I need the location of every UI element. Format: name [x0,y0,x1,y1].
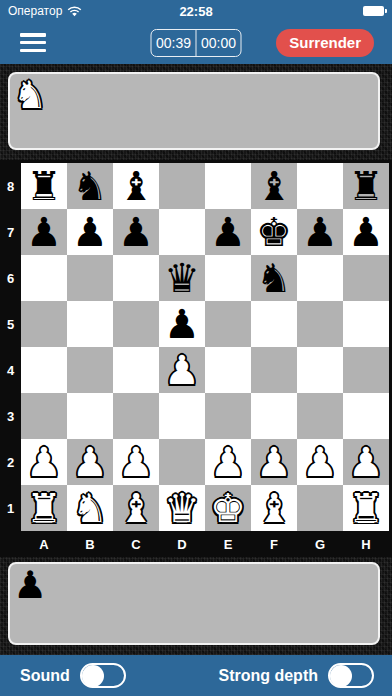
black-clock: 00:00 [197,30,241,56]
square-e2[interactable]: ♟ [205,439,251,485]
square-g8[interactable] [297,163,343,209]
square-f7[interactable]: ♚ [251,209,297,255]
square-e3[interactable] [205,393,251,439]
black-pawn-piece: ♟ [348,210,384,254]
rank-label-6: 6 [0,255,21,301]
square-d5[interactable]: ♟ [159,301,205,347]
square-d4[interactable]: ♟ [159,347,205,393]
black-king-piece: ♚ [256,210,292,254]
square-a7[interactable]: ♟ [21,209,67,255]
black-knight-piece: ♞ [72,164,108,208]
rank-labels: 87654321 [0,163,21,531]
square-c7[interactable]: ♟ [113,209,159,255]
strong-depth-toggle[interactable] [328,663,374,688]
white-pawn-piece: ♟ [302,440,338,484]
file-label-c: C [113,531,159,557]
square-c5[interactable] [113,301,159,347]
captured-pieces-tray-top: ♞ [8,72,380,150]
square-f6[interactable]: ♞ [251,255,297,301]
square-f4[interactable] [251,347,297,393]
black-rook-piece: ♜ [26,164,62,208]
square-h2[interactable]: ♟ [343,439,389,485]
main-area: ♞ 87654321 ♜♞♝♝♜♟♟♟♟♚♟♟♛♞♟♟♟♟♟♟♟♟♟♜♞♝♛♚♝… [0,64,392,655]
white-pawn-piece: ♟ [118,440,154,484]
square-a3[interactable] [21,393,67,439]
square-b4[interactable] [67,347,113,393]
rank-label-3: 3 [0,393,21,439]
white-pawn-piece: ♟ [72,440,108,484]
battery-icon [363,6,384,16]
white-queen-piece: ♛ [164,486,200,530]
sound-toggle-knob [82,665,104,687]
strong-depth-label: Strong depth [218,667,318,685]
square-b1[interactable]: ♞ [67,485,113,531]
square-h7[interactable]: ♟ [343,209,389,255]
white-pawn-piece: ♟ [348,440,384,484]
file-label-h: H [343,531,389,557]
black-queen-piece: ♛ [164,256,200,300]
white-pawn-piece: ♟ [210,440,246,484]
square-f1[interactable]: ♝ [251,485,297,531]
strong-depth-toggle-knob [330,665,352,687]
black-pawn-piece: ♟ [164,302,200,346]
black-pawn-piece: ♟ [26,210,62,254]
square-d3[interactable] [159,393,205,439]
black-pawn-piece: ♟ [118,210,154,254]
square-b7[interactable]: ♟ [67,209,113,255]
footer-bar: Sound Strong depth [0,655,392,696]
square-g7[interactable]: ♟ [297,209,343,255]
app-screen: Оператор 22:58 00:39 00:00 Surrender ♞ 8… [0,0,392,696]
white-bishop-piece: ♝ [118,486,154,530]
file-label-a: A [21,531,67,557]
square-c8[interactable]: ♝ [113,163,159,209]
square-c2[interactable]: ♟ [113,439,159,485]
file-label-f: F [251,531,297,557]
file-label-g: G [297,531,343,557]
white-clock: 00:39 [152,30,197,56]
square-f8[interactable]: ♝ [251,163,297,209]
square-e8[interactable] [205,163,251,209]
white-pawn-piece: ♟ [26,440,62,484]
square-b3[interactable] [67,393,113,439]
square-h3[interactable] [343,393,389,439]
rank-label-5: 5 [0,301,21,347]
captured-white-knight-piece: ♞ [13,75,47,115]
square-c3[interactable] [113,393,159,439]
square-g4[interactable] [297,347,343,393]
file-label-e: E [205,531,251,557]
rank-label-7: 7 [0,209,21,255]
square-c6[interactable] [113,255,159,301]
square-g6[interactable] [297,255,343,301]
square-b5[interactable] [67,301,113,347]
square-h6[interactable] [343,255,389,301]
white-rook-piece: ♜ [348,486,384,530]
square-g5[interactable] [297,301,343,347]
game-clock: 00:39 00:00 [151,29,242,57]
square-f3[interactable] [251,393,297,439]
black-pawn-piece: ♟ [72,210,108,254]
white-knight-piece: ♞ [72,486,108,530]
square-g1[interactable] [297,485,343,531]
file-labels: ABCDEFGH [21,531,389,557]
square-e7[interactable]: ♟ [205,209,251,255]
board-squares: ♜♞♝♝♜♟♟♟♟♚♟♟♛♞♟♟♟♟♟♟♟♟♟♜♞♝♛♚♝♜ [21,163,389,531]
square-c4[interactable] [113,347,159,393]
square-e6[interactable] [205,255,251,301]
toolbar: 00:39 00:00 Surrender [0,22,392,64]
square-a8[interactable]: ♜ [21,163,67,209]
square-h5[interactable] [343,301,389,347]
square-e1[interactable]: ♚ [205,485,251,531]
square-h8[interactable]: ♜ [343,163,389,209]
rank-label-4: 4 [0,347,21,393]
black-bishop-piece: ♝ [256,164,292,208]
square-c1[interactable]: ♝ [113,485,159,531]
square-f2[interactable]: ♟ [251,439,297,485]
white-king-piece: ♚ [210,486,246,530]
square-e4[interactable] [205,347,251,393]
captured-black-pawn-piece: ♟ [13,565,47,605]
sound-toggle[interactable] [80,663,126,688]
hamburger-menu-icon[interactable] [20,33,46,52]
file-label-b: B [67,531,113,557]
square-h1[interactable]: ♜ [343,485,389,531]
sound-label: Sound [20,667,70,685]
white-bishop-piece: ♝ [256,486,292,530]
square-a6[interactable] [21,255,67,301]
square-b2[interactable]: ♟ [67,439,113,485]
square-d1[interactable]: ♛ [159,485,205,531]
black-bishop-piece: ♝ [118,164,154,208]
white-pawn-piece: ♟ [256,440,292,484]
square-d8[interactable] [159,163,205,209]
square-f5[interactable] [251,301,297,347]
square-b6[interactable] [67,255,113,301]
black-pawn-piece: ♟ [302,210,338,254]
square-a5[interactable] [21,301,67,347]
rank-label-2: 2 [0,439,21,485]
square-a1[interactable]: ♜ [21,485,67,531]
square-g2[interactable]: ♟ [297,439,343,485]
chess-board: 87654321 ♜♞♝♝♜♟♟♟♟♚♟♟♛♞♟♟♟♟♟♟♟♟♟♜♞♝♛♚♝♜ … [0,160,392,557]
rank-label-1: 1 [0,485,21,531]
square-e5[interactable] [205,301,251,347]
square-a2[interactable]: ♟ [21,439,67,485]
square-d6[interactable]: ♛ [159,255,205,301]
black-pawn-piece: ♟ [210,210,246,254]
surrender-button[interactable]: Surrender [276,29,374,57]
rank-label-8: 8 [0,163,21,209]
white-pawn-piece: ♟ [164,348,200,392]
black-knight-piece: ♞ [256,256,292,300]
status-bar: Оператор 22:58 [0,0,392,22]
file-label-d: D [159,531,205,557]
captured-pieces-tray-bottom: ♟ [8,562,380,645]
square-a4[interactable] [21,347,67,393]
square-h4[interactable] [343,347,389,393]
square-g3[interactable] [297,393,343,439]
status-time: 22:58 [0,4,392,19]
square-b8[interactable]: ♞ [67,163,113,209]
square-d7[interactable] [159,209,205,255]
white-rook-piece: ♜ [26,486,62,530]
black-rook-piece: ♜ [348,164,384,208]
square-d2[interactable] [159,439,205,485]
